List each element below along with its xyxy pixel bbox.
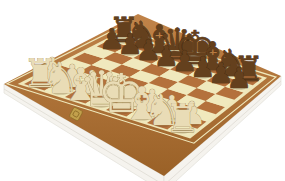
piece-white-rook-h1[interactable]: ♜ xyxy=(165,95,200,141)
chess-set-photo: ♜♞♟♝♟♛♟♚♟♝♟♞♟♟♜♟♟♜♟♟♞♟♝♟♛♟♚♟♝♟♞♜ xyxy=(0,0,285,181)
piece-black-pawn-h7[interactable]: ♟ xyxy=(226,61,252,95)
chess-board: ♜♞♟♝♟♛♟♚♟♝♟♞♟♟♜♟♟♜♟♟♞♟♝♟♛♟♚♟♝♟♞♜ xyxy=(0,0,285,181)
